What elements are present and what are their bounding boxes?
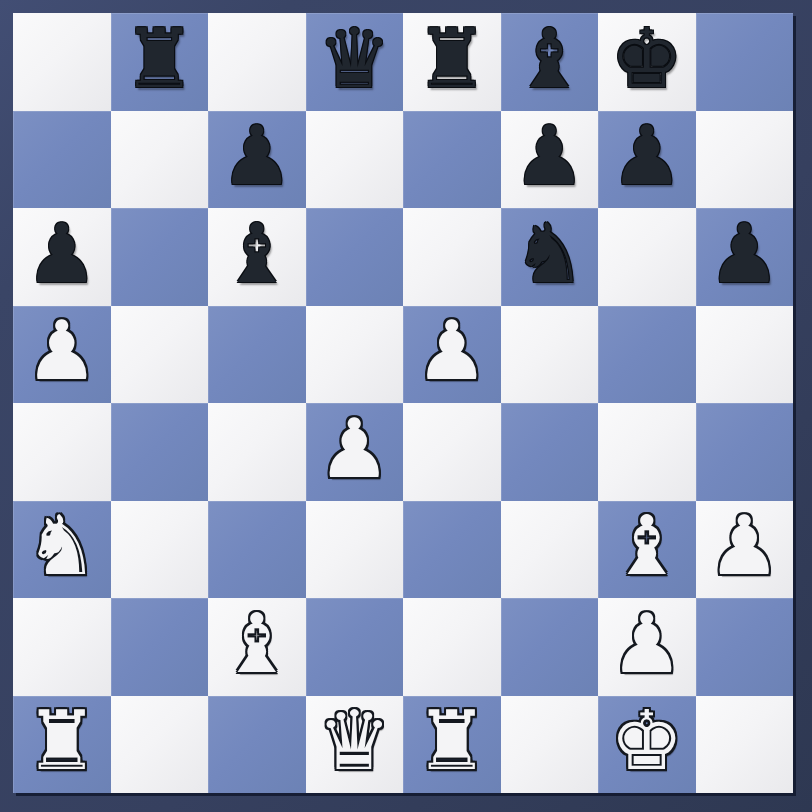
square-f7[interactable]: ♟ bbox=[501, 111, 599, 209]
square-c3[interactable] bbox=[208, 501, 306, 599]
square-d5[interactable] bbox=[306, 306, 404, 404]
square-f8[interactable]: ♝ bbox=[501, 13, 599, 111]
square-f5[interactable] bbox=[501, 306, 599, 404]
square-b2[interactable] bbox=[111, 598, 209, 696]
square-c5[interactable] bbox=[208, 306, 306, 404]
square-d4[interactable]: ♟ bbox=[306, 403, 404, 501]
piece-black-pawn-f7: ♟ bbox=[512, 115, 586, 197]
square-h2[interactable] bbox=[696, 598, 794, 696]
square-c4[interactable] bbox=[208, 403, 306, 501]
square-a1[interactable]: ♜ bbox=[13, 696, 111, 794]
square-a6[interactable]: ♟ bbox=[13, 208, 111, 306]
square-a8[interactable] bbox=[13, 13, 111, 111]
square-e4[interactable] bbox=[403, 403, 501, 501]
square-f3[interactable] bbox=[501, 501, 599, 599]
piece-black-knight-f6: ♞ bbox=[512, 213, 586, 295]
square-c1[interactable] bbox=[208, 696, 306, 794]
piece-black-rook-e8: ♜ bbox=[415, 18, 489, 100]
square-a3[interactable]: ♞ bbox=[13, 501, 111, 599]
square-c7[interactable]: ♟ bbox=[208, 111, 306, 209]
square-h1[interactable] bbox=[696, 696, 794, 794]
square-h8[interactable] bbox=[696, 13, 794, 111]
square-g5[interactable] bbox=[598, 306, 696, 404]
piece-black-queen-d8: ♛ bbox=[317, 18, 391, 100]
piece-white-bishop-c2: ♝ bbox=[220, 603, 294, 685]
piece-black-pawn-c7: ♟ bbox=[220, 115, 294, 197]
square-g3[interactable]: ♝ bbox=[598, 501, 696, 599]
chess-board: ♜♛♜♝♚♟♟♟♟♝♞♟♟♟♟♞♝♟♝♟♜♛♜♚ bbox=[13, 13, 793, 793]
piece-black-pawn-a6: ♟ bbox=[25, 213, 99, 295]
square-d7[interactable] bbox=[306, 111, 404, 209]
square-a7[interactable] bbox=[13, 111, 111, 209]
square-b7[interactable] bbox=[111, 111, 209, 209]
square-b5[interactable] bbox=[111, 306, 209, 404]
piece-white-pawn-g2: ♟ bbox=[610, 603, 684, 685]
square-c8[interactable] bbox=[208, 13, 306, 111]
square-c6[interactable]: ♝ bbox=[208, 208, 306, 306]
square-h3[interactable]: ♟ bbox=[696, 501, 794, 599]
square-b6[interactable] bbox=[111, 208, 209, 306]
square-d1[interactable]: ♛ bbox=[306, 696, 404, 794]
square-c2[interactable]: ♝ bbox=[208, 598, 306, 696]
piece-black-rook-b8: ♜ bbox=[122, 18, 196, 100]
square-e8[interactable]: ♜ bbox=[403, 13, 501, 111]
square-g2[interactable]: ♟ bbox=[598, 598, 696, 696]
square-b4[interactable] bbox=[111, 403, 209, 501]
piece-black-king-g8: ♚ bbox=[610, 18, 684, 100]
piece-black-pawn-g7: ♟ bbox=[610, 115, 684, 197]
square-f2[interactable] bbox=[501, 598, 599, 696]
square-e7[interactable] bbox=[403, 111, 501, 209]
square-g7[interactable]: ♟ bbox=[598, 111, 696, 209]
piece-white-bishop-g3: ♝ bbox=[610, 505, 684, 587]
piece-white-pawn-e5: ♟ bbox=[415, 310, 489, 392]
square-b3[interactable] bbox=[111, 501, 209, 599]
piece-white-pawn-d4: ♟ bbox=[317, 408, 391, 490]
piece-white-knight-a3: ♞ bbox=[25, 505, 99, 587]
square-f6[interactable]: ♞ bbox=[501, 208, 599, 306]
piece-white-pawn-h3: ♟ bbox=[707, 505, 781, 587]
square-g4[interactable] bbox=[598, 403, 696, 501]
square-d6[interactable] bbox=[306, 208, 404, 306]
square-e1[interactable]: ♜ bbox=[403, 696, 501, 794]
square-f4[interactable] bbox=[501, 403, 599, 501]
square-f1[interactable] bbox=[501, 696, 599, 794]
square-a2[interactable] bbox=[13, 598, 111, 696]
square-h7[interactable] bbox=[696, 111, 794, 209]
square-g1[interactable]: ♚ bbox=[598, 696, 696, 794]
square-b8[interactable]: ♜ bbox=[111, 13, 209, 111]
piece-black-bishop-c6: ♝ bbox=[220, 213, 294, 295]
square-d3[interactable] bbox=[306, 501, 404, 599]
square-e3[interactable] bbox=[403, 501, 501, 599]
square-g8[interactable]: ♚ bbox=[598, 13, 696, 111]
square-b1[interactable] bbox=[111, 696, 209, 794]
piece-black-bishop-f8: ♝ bbox=[512, 18, 586, 100]
square-h5[interactable] bbox=[696, 306, 794, 404]
piece-white-rook-a1: ♜ bbox=[25, 700, 99, 782]
square-d8[interactable]: ♛ bbox=[306, 13, 404, 111]
square-a5[interactable]: ♟ bbox=[13, 306, 111, 404]
square-e5[interactable]: ♟ bbox=[403, 306, 501, 404]
piece-white-queen-d1: ♛ bbox=[317, 700, 391, 782]
chess-board-frame: ♜♛♜♝♚♟♟♟♟♝♞♟♟♟♟♞♝♟♝♟♜♛♜♚ bbox=[0, 0, 812, 812]
square-e2[interactable] bbox=[403, 598, 501, 696]
square-h4[interactable] bbox=[696, 403, 794, 501]
piece-white-pawn-a5: ♟ bbox=[25, 310, 99, 392]
piece-white-rook-e1: ♜ bbox=[415, 700, 489, 782]
piece-black-pawn-h6: ♟ bbox=[707, 213, 781, 295]
square-d2[interactable] bbox=[306, 598, 404, 696]
square-e6[interactable] bbox=[403, 208, 501, 306]
square-h6[interactable]: ♟ bbox=[696, 208, 794, 306]
piece-white-king-g1: ♚ bbox=[610, 700, 684, 782]
square-g6[interactable] bbox=[598, 208, 696, 306]
square-a4[interactable] bbox=[13, 403, 111, 501]
